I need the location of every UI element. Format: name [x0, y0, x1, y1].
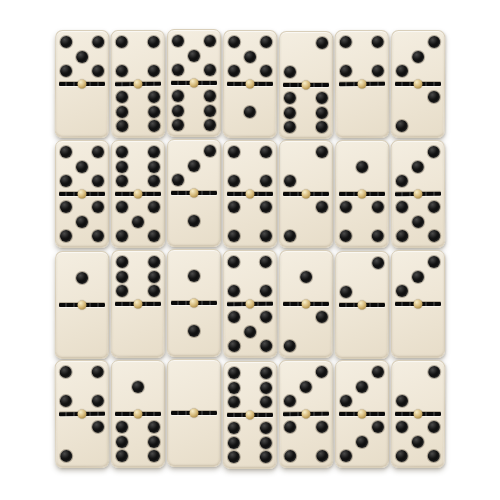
tile-half-bottom-0 — [392, 306, 444, 357]
pip — [372, 36, 384, 48]
pip — [316, 421, 328, 433]
pip — [300, 270, 312, 282]
tile-half-bottom-6 — [280, 87, 332, 138]
tile-half-bottom-4 — [280, 416, 332, 467]
pip — [316, 146, 328, 158]
pip — [60, 65, 72, 77]
pip — [300, 380, 312, 392]
pip — [316, 107, 328, 119]
tile-half-top-2 — [336, 252, 388, 303]
pip — [92, 65, 104, 77]
pip — [356, 381, 368, 393]
domino-3-4[interactable] — [279, 360, 334, 468]
pip — [116, 256, 128, 268]
pip — [372, 201, 384, 213]
tile-half-top-5 — [56, 31, 108, 82]
pip — [60, 201, 72, 213]
pip — [116, 436, 128, 448]
pip — [116, 175, 128, 187]
domino-3-1[interactable] — [167, 139, 221, 247]
domino-4-6[interactable] — [111, 30, 166, 138]
domino-6-6[interactable] — [223, 361, 277, 469]
pip — [428, 421, 440, 433]
pip — [92, 146, 104, 158]
pip — [228, 381, 240, 393]
pip — [116, 65, 128, 77]
pip — [172, 119, 184, 131]
pip — [340, 230, 352, 242]
pip — [260, 36, 272, 48]
pip — [204, 35, 216, 47]
pip — [116, 285, 128, 297]
pip — [172, 105, 184, 117]
pip — [284, 66, 296, 78]
tile-half-bottom-0 — [336, 307, 388, 358]
pip — [372, 366, 384, 378]
tile-half-bottom-6 — [224, 417, 276, 468]
domino-6-5[interactable] — [111, 140, 165, 248]
domino-1-6[interactable] — [111, 360, 165, 468]
pip — [396, 230, 408, 242]
tile-half-top-3 — [392, 31, 444, 82]
pip — [428, 256, 440, 268]
pip — [188, 325, 200, 337]
tile-half-bottom-5 — [392, 196, 444, 247]
pip — [428, 201, 440, 213]
pip — [92, 201, 104, 213]
pip — [260, 146, 272, 158]
pip — [284, 450, 296, 462]
tile-half-bottom-6 — [112, 416, 164, 467]
pip — [260, 437, 272, 449]
pip — [148, 256, 160, 268]
tile-half-top-6 — [224, 362, 276, 413]
pip — [244, 325, 256, 337]
tile-half-bottom-5 — [112, 196, 164, 247]
pip — [204, 64, 216, 76]
pip — [116, 36, 128, 48]
pip — [428, 146, 440, 158]
domino-2-6[interactable] — [279, 31, 333, 139]
pip — [412, 160, 424, 172]
tile-half-top-3 — [280, 361, 332, 412]
domino-2-2[interactable] — [279, 140, 333, 248]
pip — [172, 35, 184, 47]
tile-half-top-1 — [56, 252, 108, 303]
pip — [428, 450, 440, 462]
pip — [148, 161, 160, 173]
pip — [428, 366, 440, 378]
pip — [148, 436, 160, 448]
domino-3-5[interactable] — [391, 140, 446, 248]
pip — [76, 50, 88, 62]
domino-4-2[interactable] — [55, 360, 110, 468]
pip — [340, 286, 352, 298]
tile-half-bottom-0 — [336, 86, 388, 137]
pip — [116, 146, 128, 158]
tile-half-top-5 — [56, 141, 108, 192]
tile-half-top-1 — [112, 361, 164, 412]
tile-half-bottom-2 — [280, 196, 332, 247]
tile-half-top-2 — [280, 141, 332, 192]
pip — [148, 91, 160, 103]
pip — [228, 201, 240, 213]
tile-half-bottom-0 — [168, 415, 220, 466]
tile-half-top-1 — [280, 251, 332, 302]
pip — [316, 37, 328, 49]
pip — [260, 285, 272, 297]
tile-half-bottom-2 — [280, 306, 332, 357]
pip — [148, 146, 160, 158]
pip — [260, 201, 272, 213]
pip — [396, 201, 408, 213]
tile-half-bottom-0 — [56, 86, 108, 137]
pip — [284, 395, 296, 407]
pip — [188, 50, 200, 62]
tile-half-top-6 — [112, 251, 164, 302]
pip — [76, 161, 88, 173]
pip — [260, 422, 272, 434]
pip — [260, 367, 272, 379]
pip — [92, 421, 104, 433]
domino-4-5[interactable] — [223, 250, 278, 358]
pip — [188, 270, 200, 282]
pip — [396, 421, 408, 433]
pip — [60, 230, 72, 242]
tile-half-bottom-0 — [112, 306, 164, 357]
pip — [260, 340, 272, 352]
tile-half-top-1 — [168, 250, 220, 301]
pip — [60, 175, 72, 187]
pip — [340, 201, 352, 213]
pip — [228, 311, 240, 323]
tile-half-bottom-0 — [56, 307, 108, 358]
tile-half-top-4 — [112, 31, 164, 82]
tile-half-top-5 — [224, 31, 276, 82]
pip — [244, 50, 256, 62]
domino-5-5[interactable] — [55, 140, 109, 248]
tile-half-bottom-5 — [224, 306, 276, 357]
tile-half-top-1 — [336, 141, 388, 192]
domino-6-0[interactable] — [111, 250, 166, 358]
pip — [412, 271, 424, 283]
pip — [396, 65, 408, 77]
tile-half-top-3 — [392, 251, 444, 302]
tile-half-top-2 — [280, 32, 332, 83]
pip — [356, 436, 368, 448]
pip — [116, 450, 128, 462]
pip — [396, 120, 408, 132]
pip — [132, 216, 144, 228]
pip — [316, 311, 328, 323]
tile-half-bottom-6 — [168, 85, 220, 136]
pip — [116, 161, 128, 173]
pip — [116, 91, 128, 103]
pip — [284, 230, 296, 242]
domino-4-0[interactable] — [335, 30, 390, 138]
pip — [340, 450, 352, 462]
pip — [372, 65, 384, 77]
pip — [148, 201, 160, 213]
pip — [428, 36, 440, 48]
pip — [60, 450, 72, 462]
pip — [428, 230, 440, 242]
domino-2-0[interactable] — [335, 251, 389, 359]
pip — [228, 175, 240, 187]
tile-half-top-4 — [336, 31, 388, 82]
tile-half-top-5 — [168, 30, 220, 81]
pip — [148, 450, 160, 462]
domino-5-1[interactable] — [223, 30, 278, 138]
tile-half-top-3 — [168, 140, 220, 191]
pip — [228, 451, 240, 463]
pip — [148, 105, 160, 117]
pip — [244, 105, 256, 117]
pip — [316, 450, 328, 462]
domino-5-0[interactable] — [55, 30, 110, 138]
pip — [260, 256, 272, 268]
pip — [92, 366, 104, 378]
pip — [92, 395, 104, 407]
pip — [428, 91, 440, 103]
pip — [412, 50, 424, 62]
pip — [228, 256, 240, 268]
pip — [116, 106, 128, 118]
pip — [284, 92, 296, 104]
pip — [204, 105, 216, 117]
pip — [396, 285, 408, 297]
tile-half-top-3 — [336, 361, 388, 412]
tile-half-top-3 — [392, 141, 444, 192]
pip — [372, 421, 384, 433]
pip — [92, 175, 104, 187]
pip — [76, 271, 88, 283]
domino-1-1[interactable] — [167, 249, 221, 357]
pip — [396, 450, 408, 462]
domino-1-2[interactable] — [279, 250, 334, 358]
pip — [228, 146, 240, 158]
pip — [340, 395, 352, 407]
pip — [228, 340, 240, 352]
pip — [228, 285, 240, 297]
pip — [116, 270, 128, 282]
tile-half-bottom-4 — [336, 196, 388, 247]
pip — [148, 36, 160, 48]
domino-board — [55, 30, 445, 468]
pip — [132, 381, 144, 393]
domino-3-2[interactable] — [391, 30, 446, 138]
pip — [148, 65, 160, 77]
pip — [372, 257, 384, 269]
pip — [284, 421, 296, 433]
pip — [260, 175, 272, 187]
pip — [116, 120, 128, 132]
pip — [316, 366, 328, 378]
domino-1-0[interactable] — [55, 251, 109, 359]
tile-half-bottom-6 — [112, 86, 164, 137]
tile-half-top-4 — [224, 251, 276, 302]
pip — [372, 230, 384, 242]
pip — [260, 230, 272, 242]
pip — [228, 436, 240, 448]
tile-half-bottom-1 — [168, 305, 220, 356]
dominoes-photo — [0, 0, 500, 500]
tile-half-bottom-5 — [56, 196, 108, 247]
pip — [116, 230, 128, 242]
pip — [340, 36, 352, 48]
pip — [148, 230, 160, 242]
domino-2-5[interactable] — [391, 360, 446, 468]
pip — [148, 285, 160, 297]
tile-half-bottom-3 — [336, 416, 388, 467]
pip — [60, 36, 72, 48]
pip — [260, 451, 272, 463]
pip — [412, 435, 424, 447]
pip — [148, 175, 160, 187]
pip — [228, 367, 240, 379]
pip — [172, 90, 184, 102]
pip — [172, 174, 184, 186]
pip — [148, 421, 160, 433]
domino-3-0[interactable] — [391, 250, 445, 358]
tile-half-top-0 — [168, 360, 220, 411]
tile-half-top-4 — [56, 361, 108, 412]
pip — [228, 65, 240, 77]
pip — [172, 64, 184, 76]
domino-1-4[interactable] — [335, 140, 390, 248]
pip — [228, 36, 240, 48]
pip — [260, 311, 272, 323]
pip — [316, 121, 328, 133]
pip — [260, 382, 272, 394]
tile-half-bottom-2 — [56, 416, 108, 467]
pip — [284, 121, 296, 133]
pip — [60, 146, 72, 158]
pip — [396, 175, 408, 187]
tile-half-bottom-1 — [168, 195, 220, 246]
pip — [92, 230, 104, 242]
pip — [228, 396, 240, 408]
pip — [76, 216, 88, 228]
pip — [340, 65, 352, 77]
pip — [260, 396, 272, 408]
tile-half-bottom-5 — [392, 416, 444, 467]
tile-half-bottom-4 — [224, 196, 276, 247]
pip — [60, 395, 72, 407]
pip — [188, 215, 200, 227]
pip — [284, 106, 296, 118]
pip — [148, 271, 160, 283]
pip — [396, 395, 408, 407]
domino-4-4[interactable] — [223, 140, 277, 248]
domino-0-0[interactable] — [167, 359, 221, 467]
domino-3-3[interactable] — [335, 360, 389, 468]
pip — [116, 201, 128, 213]
pip — [204, 119, 216, 131]
domino-5-6[interactable] — [167, 29, 221, 137]
pip — [316, 201, 328, 213]
pip — [116, 421, 128, 433]
pip — [412, 215, 424, 227]
tile-half-top-4 — [224, 141, 276, 192]
pip — [356, 160, 368, 172]
pip — [228, 422, 240, 434]
pip — [316, 92, 328, 104]
pip — [228, 230, 240, 242]
pip — [92, 36, 104, 48]
pip — [260, 65, 272, 77]
pip — [148, 120, 160, 132]
pip — [284, 175, 296, 187]
pip — [204, 145, 216, 157]
pip — [204, 90, 216, 102]
pip — [284, 340, 296, 352]
tile-half-top-6 — [112, 141, 164, 192]
tile-half-bottom-1 — [224, 86, 276, 137]
pip — [188, 160, 200, 172]
pip — [60, 366, 72, 378]
tile-half-top-2 — [392, 361, 444, 412]
tile-half-bottom-2 — [392, 86, 444, 137]
